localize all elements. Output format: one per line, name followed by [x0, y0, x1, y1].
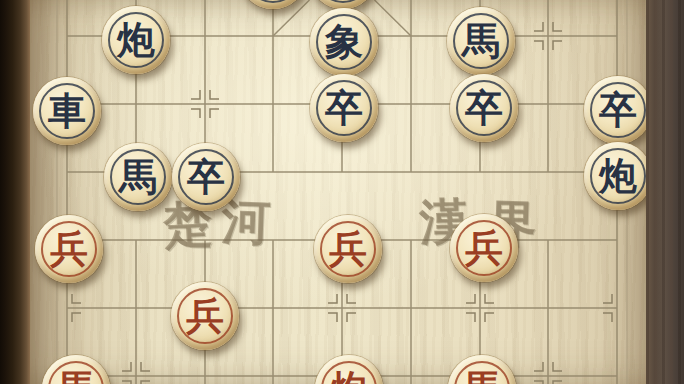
piece-red-horse-a7[interactable]: 馬	[42, 355, 110, 384]
piece-red-soldier-a5[interactable]: 兵	[35, 215, 103, 283]
piece-glyph: 炮	[315, 355, 383, 384]
piece-black-cannon-b2[interactable]: 炮	[102, 6, 170, 74]
piece-red-cannon-e7[interactable]: 炮	[315, 355, 383, 384]
piece-glyph: 卒	[172, 143, 240, 211]
piece-black-horse-b4[interactable]: 馬	[104, 143, 172, 211]
piece-black-soldier-e3[interactable]: 卒	[310, 74, 378, 142]
piece-glyph: 象	[310, 8, 378, 76]
wood-frame-right	[646, 0, 684, 384]
piece-black-unknown-partial-d1[interactable]	[239, 0, 307, 9]
piece-glyph: 卒	[450, 74, 518, 142]
piece-glyph: 卒	[584, 76, 652, 144]
piece-glyph: 兵	[35, 215, 103, 283]
piece-glyph: 兵	[314, 215, 382, 283]
pieces-layer: 炮象馬車卒卒卒馬卒炮兵兵兵兵馬炮馬	[0, 0, 684, 384]
piece-glyph: 卒	[310, 74, 378, 142]
piece-black-soldier-g3[interactable]: 卒	[450, 74, 518, 142]
piece-black-cannon-i4[interactable]: 炮	[584, 142, 652, 210]
piece-glyph: 炮	[584, 142, 652, 210]
xiangqi-game-screen: 楚河漢界 炮象馬車卒卒卒馬卒炮兵兵兵兵馬炮馬	[0, 0, 684, 384]
piece-glyph: 馬	[42, 355, 110, 384]
piece-glyph: 炮	[102, 6, 170, 74]
piece-red-soldier-g5[interactable]: 兵	[450, 214, 518, 282]
piece-glyph: 馬	[104, 143, 172, 211]
piece-glyph: 馬	[448, 355, 516, 384]
piece-black-elephant-e2[interactable]: 象	[310, 8, 378, 76]
piece-glyph: 兵	[171, 282, 239, 350]
piece-red-soldier-e5[interactable]: 兵	[314, 215, 382, 283]
piece-red-soldier-c6[interactable]: 兵	[171, 282, 239, 350]
piece-black-soldier-c4[interactable]: 卒	[172, 143, 240, 211]
piece-ring	[315, 0, 371, 3]
piece-glyph: 馬	[447, 7, 515, 75]
piece-black-horse-g2[interactable]: 馬	[447, 7, 515, 75]
piece-black-chariot-a3[interactable]: 車	[33, 77, 101, 145]
piece-ring	[245, 0, 301, 3]
piece-glyph: 兵	[450, 214, 518, 282]
piece-red-horse-g7[interactable]: 馬	[448, 355, 516, 384]
piece-black-soldier-i3[interactable]: 卒	[584, 76, 652, 144]
piece-glyph: 車	[33, 77, 101, 145]
